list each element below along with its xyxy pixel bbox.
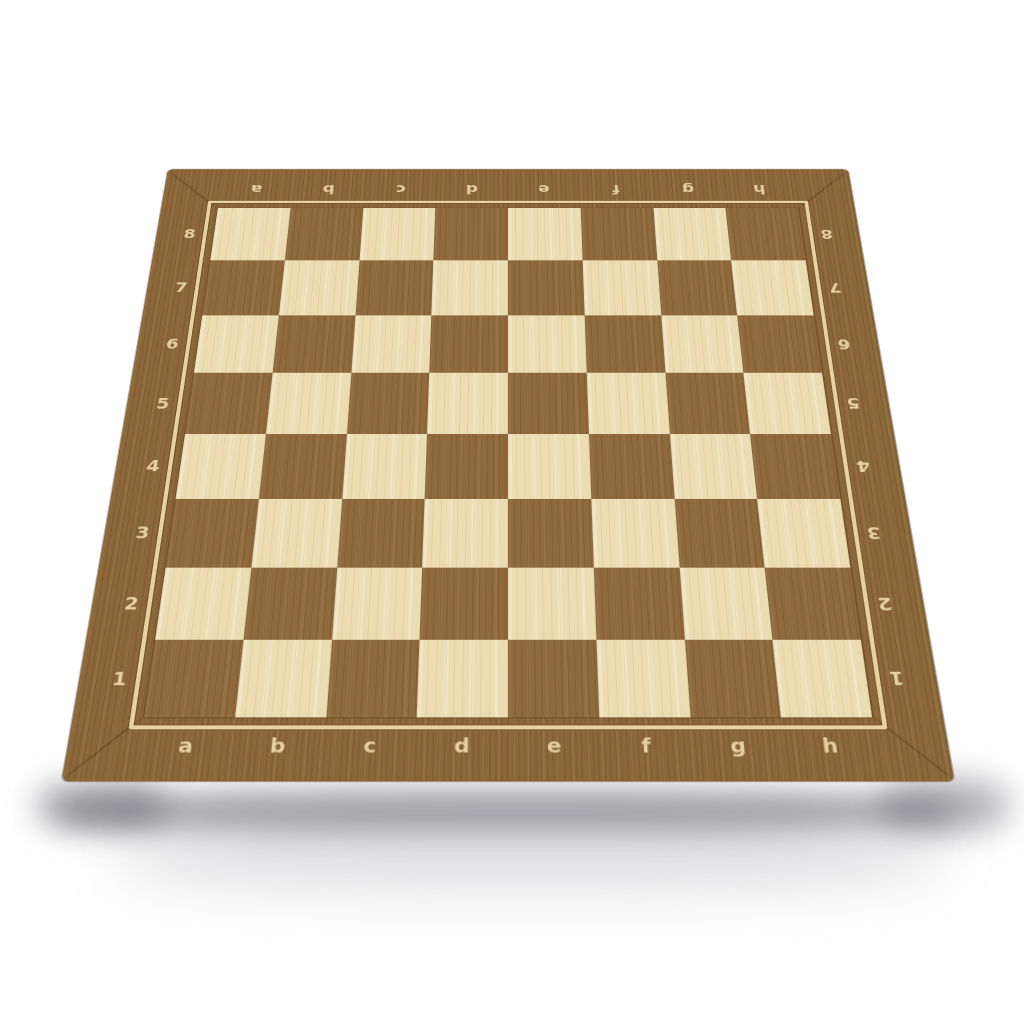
rank-label-right-8: 8 — [807, 208, 846, 260]
square-h7 — [731, 260, 813, 315]
square-g2 — [679, 567, 773, 640]
square-b4 — [259, 434, 347, 499]
square-e2 — [508, 567, 596, 640]
rank-label-left-1: 1 — [94, 640, 144, 717]
square-b7 — [279, 260, 359, 315]
square-a3 — [166, 499, 259, 568]
file-label-bottom-c: c — [323, 728, 417, 762]
file-labels-top: abcdefgh — [219, 179, 797, 200]
square-h3 — [757, 499, 850, 568]
square-d6 — [429, 315, 508, 373]
square-c1 — [326, 640, 420, 717]
file-label-top-b: b — [291, 179, 365, 200]
square-b2 — [243, 567, 337, 640]
rank-label-right-1: 1 — [872, 640, 922, 717]
file-label-top-g: g — [651, 179, 725, 200]
file-label-bottom-e: e — [508, 728, 601, 762]
square-c5 — [347, 373, 430, 434]
square-g1 — [684, 640, 781, 717]
square-d1 — [417, 640, 508, 717]
square-d3 — [422, 499, 508, 568]
square-h1 — [773, 640, 872, 717]
square-h6 — [737, 315, 822, 373]
square-b3 — [251, 499, 342, 568]
square-a4 — [176, 434, 266, 499]
square-g6 — [661, 315, 744, 373]
rank-label-left-4: 4 — [130, 434, 175, 499]
file-label-bottom-a: a — [137, 728, 233, 762]
square-b8 — [285, 208, 363, 260]
square-c3 — [337, 499, 425, 568]
square-h5 — [744, 373, 831, 434]
square-d5 — [427, 373, 508, 434]
square-d7 — [432, 260, 508, 315]
file-label-top-c: c — [364, 179, 437, 200]
square-g5 — [665, 373, 750, 434]
square-g3 — [674, 499, 765, 568]
square-a6 — [194, 315, 279, 373]
square-e1 — [508, 640, 599, 717]
square-e6 — [508, 315, 587, 373]
photo-background: abcdefgh abcdefgh 87654321 87654321 — [0, 0, 1024, 1019]
square-e5 — [508, 373, 589, 434]
rank-label-left-3: 3 — [119, 499, 165, 568]
rank-label-right-2: 2 — [861, 567, 909, 640]
file-label-top-a: a — [219, 179, 294, 200]
file-label-top-h: h — [722, 179, 797, 200]
square-f8 — [581, 208, 657, 260]
square-g7 — [657, 260, 737, 315]
square-c8 — [359, 208, 435, 260]
square-f1 — [596, 640, 690, 717]
square-g4 — [670, 434, 758, 499]
file-label-top-e: e — [508, 179, 580, 200]
file-label-bottom-f: f — [599, 728, 693, 762]
square-a2 — [155, 567, 251, 640]
square-a1 — [144, 640, 243, 717]
square-a5 — [185, 373, 272, 434]
square-e3 — [508, 499, 594, 568]
square-f5 — [587, 373, 670, 434]
square-f6 — [584, 315, 665, 373]
square-d8 — [434, 208, 508, 260]
file-label-bottom-h: h — [782, 728, 878, 762]
square-c6 — [351, 315, 432, 373]
chess-board: abcdefgh abcdefgh 87654321 87654321 — [62, 169, 955, 781]
square-f2 — [594, 567, 685, 640]
board-wood-frame: abcdefgh abcdefgh 87654321 87654321 — [62, 169, 955, 781]
square-g8 — [653, 208, 731, 260]
square-h2 — [765, 567, 861, 640]
square-e8 — [508, 208, 582, 260]
square-e4 — [508, 434, 591, 499]
frame-miter-seam-bottom-right — [870, 714, 956, 781]
playing-grid — [144, 208, 872, 717]
rank-label-right-7: 7 — [815, 260, 855, 315]
frame-miter-seam-bottom-left — [60, 714, 146, 781]
file-label-top-f: f — [579, 179, 652, 200]
square-a8 — [210, 208, 290, 260]
square-a7 — [202, 260, 284, 315]
file-label-bottom-d: d — [415, 728, 508, 762]
square-c2 — [332, 567, 423, 640]
square-d2 — [420, 567, 508, 640]
board-shadow-soft — [120, 812, 940, 884]
square-c7 — [355, 260, 433, 315]
square-d4 — [425, 434, 508, 499]
rank-label-right-3: 3 — [851, 499, 897, 568]
square-h8 — [726, 208, 806, 260]
square-f3 — [591, 499, 679, 568]
square-e7 — [508, 260, 584, 315]
rank-label-left-2: 2 — [107, 567, 155, 640]
file-label-bottom-b: b — [230, 728, 325, 762]
board-perspective-wrapper: abcdefgh abcdefgh 87654321 87654321 — [122, 48, 894, 820]
square-c4 — [342, 434, 427, 499]
file-label-bottom-g: g — [691, 728, 786, 762]
square-b5 — [266, 373, 351, 434]
square-f4 — [589, 434, 674, 499]
square-b6 — [272, 315, 355, 373]
rank-labels-right: 87654321 — [807, 208, 922, 717]
rank-labels-left: 87654321 — [94, 208, 209, 717]
square-h4 — [750, 434, 840, 499]
file-labels-bottom: abcdefgh — [137, 728, 879, 762]
square-f7 — [582, 260, 660, 315]
file-label-top-d: d — [436, 179, 508, 200]
square-b1 — [235, 640, 332, 717]
rank-label-right-4: 4 — [841, 434, 886, 499]
